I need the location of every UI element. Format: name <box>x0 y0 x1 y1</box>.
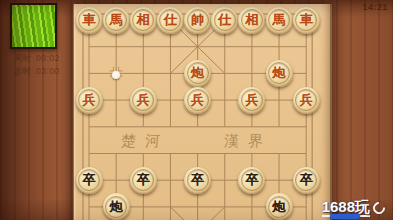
river-label-left: 楚河 <box>120 132 169 151</box>
game-timer-value: 00:02 <box>36 52 60 65</box>
piece-black-r6c2[interactable]: 卒 <box>130 167 157 194</box>
piece-red-r3c0[interactable]: 兵 <box>76 87 103 114</box>
piece-red-r0c4[interactable]: 帥 <box>184 7 211 34</box>
player-avatar[interactable] <box>10 3 57 49</box>
piece-red-r3c6[interactable]: 兵 <box>238 87 265 114</box>
river-label-right: 漢界 <box>223 132 272 151</box>
piece-red-r2c7[interactable]: 炮 <box>266 60 293 87</box>
piece-red-r3c2[interactable]: 兵 <box>130 87 157 114</box>
system-clock: 14:21 <box>362 2 388 12</box>
piece-red-r2c4[interactable]: 炮 <box>184 60 211 87</box>
piece-red-r3c4[interactable]: 兵 <box>184 87 211 114</box>
piece-red-r0c1[interactable]: 馬 <box>103 7 130 34</box>
move-timer-label: 步时 <box>14 65 32 78</box>
swoosh-icon <box>371 200 388 217</box>
piece-red-r3c8[interactable]: 兵 <box>293 87 320 114</box>
piece-black-r6c8[interactable]: 卒 <box>293 167 320 194</box>
piece-black-r6c0[interactable]: 卒 <box>76 167 103 194</box>
game-timer-label: 局时 <box>14 52 32 65</box>
piece-black-r7c1[interactable]: 炮 <box>103 193 130 220</box>
piece-red-r0c6[interactable]: 相 <box>238 7 265 34</box>
piece-black-r7c7[interactable]: 炮 <box>266 193 293 220</box>
last-move-marker <box>112 71 120 79</box>
xiangqi-board[interactable]: 楚河 漢界 車馬相仕帥仕相馬車炮炮兵兵兵兵兵卒卒卒卒卒炮炮 <box>73 4 332 220</box>
piece-red-r0c5[interactable]: 仕 <box>211 7 238 34</box>
piece-black-r6c4[interactable]: 卒 <box>184 167 211 194</box>
watermark-logo: 1688玩 <box>322 199 385 217</box>
piece-red-r0c7[interactable]: 馬 <box>266 7 293 34</box>
game-screen: 局时 00:02 步时 03:00 14:21 <box>0 0 393 220</box>
piece-red-r0c3[interactable]: 仕 <box>157 7 184 34</box>
piece-red-r0c2[interactable]: 相 <box>130 7 157 34</box>
piece-red-r0c0[interactable]: 車 <box>76 7 103 34</box>
piece-black-r6c6[interactable]: 卒 <box>238 167 265 194</box>
piece-red-r0c8[interactable]: 車 <box>293 7 320 34</box>
move-timer-value: 03:00 <box>36 65 60 78</box>
watermark-underline <box>330 214 360 219</box>
